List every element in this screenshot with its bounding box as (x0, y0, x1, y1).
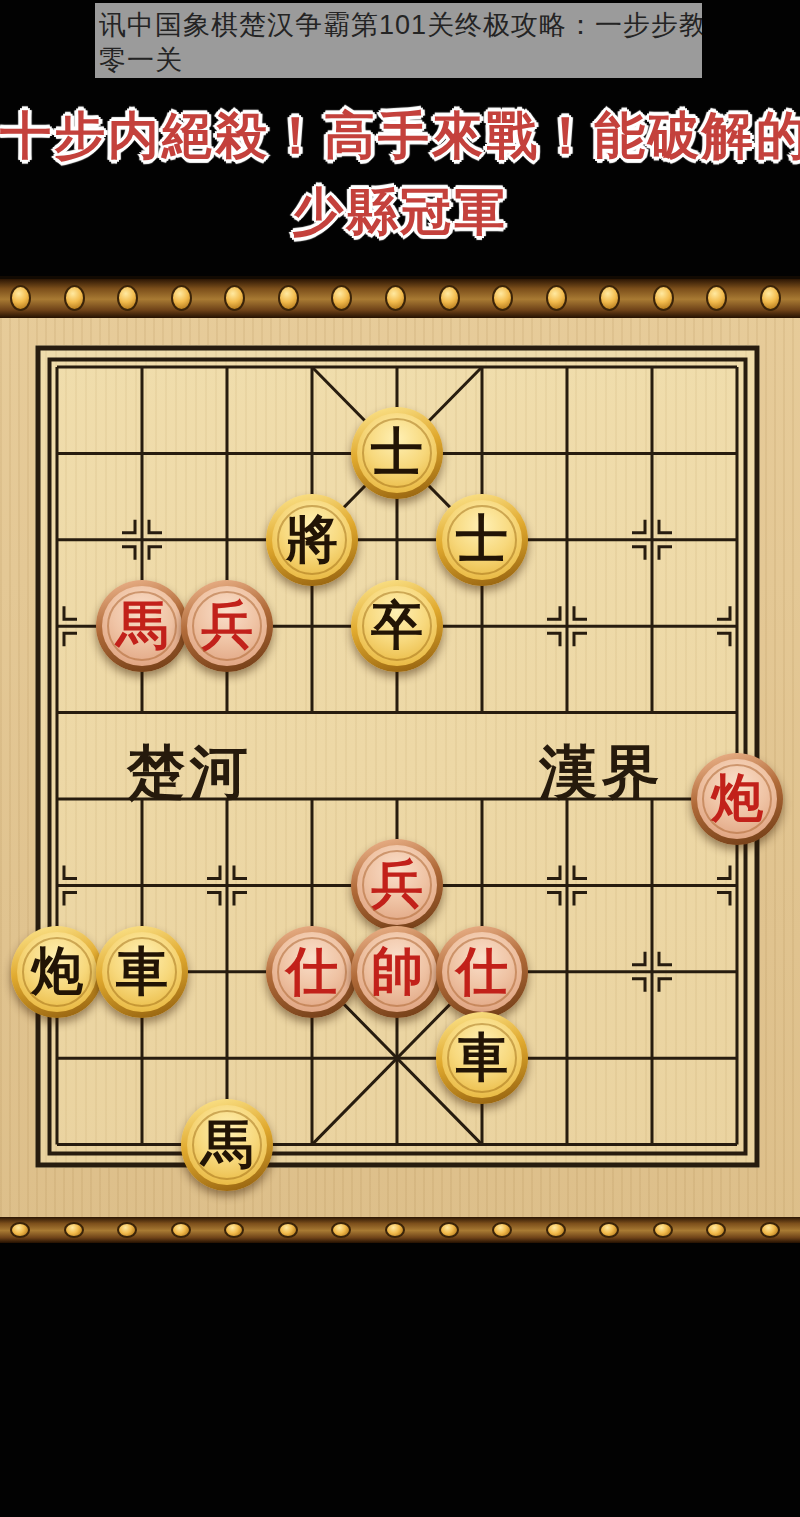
piece-士-black[interactable]: 士 (436, 494, 528, 586)
piece-face: 卒 (357, 586, 437, 666)
stud-icon (385, 1222, 405, 1238)
stud-icon (331, 1222, 351, 1238)
piece-炮-red[interactable]: 炮 (691, 753, 783, 845)
piece-帥-red[interactable]: 帥 (351, 926, 443, 1018)
piece-face: 仕 (272, 932, 352, 1012)
piece-glyph: 炮 (711, 773, 763, 825)
stud-icon (546, 1222, 566, 1238)
piece-士-black[interactable]: 士 (351, 407, 443, 499)
stud-icon (706, 285, 727, 311)
piece-glyph: 士 (371, 427, 423, 479)
piece-glyph: 卒 (371, 600, 423, 652)
piece-face: 士 (357, 413, 437, 493)
stud-icon (64, 1222, 84, 1238)
piece-face: 車 (442, 1018, 522, 1098)
stud-icon (10, 285, 31, 311)
piece-兵-red[interactable]: 兵 (351, 839, 443, 931)
piece-將-black[interactable]: 將 (266, 494, 358, 586)
piece-glyph: 馬 (201, 1119, 253, 1171)
page-title-line1: 讯中国象棋楚汉争霸第101关终极攻略：一步步教你轻 (99, 8, 702, 43)
piece-face: 炮 (697, 759, 777, 839)
piece-glyph: 馬 (116, 600, 168, 652)
piece-face: 兵 (357, 845, 437, 925)
stud-icon (760, 1222, 780, 1238)
stud-icon (10, 1222, 30, 1238)
stud-icon (171, 1222, 191, 1238)
stud-icon (224, 285, 245, 311)
piece-face: 仕 (442, 932, 522, 1012)
river-label-left: 楚河 (127, 734, 253, 812)
piece-face: 馬 (187, 1105, 267, 1185)
stud-icon (653, 1222, 673, 1238)
page-title-line2: 零一关 (99, 43, 702, 78)
stud-icon (706, 1222, 726, 1238)
stud-strip-top (0, 276, 800, 318)
piece-仕-red[interactable]: 仕 (436, 926, 528, 1018)
promo-banner-line1: 十步内絕殺！高手來戰！能破解的至 (0, 98, 800, 174)
stud-icon (492, 1222, 512, 1238)
stud-icon (117, 1222, 137, 1238)
stud-icon (385, 285, 406, 311)
stud-icon (599, 285, 620, 311)
piece-車-black[interactable]: 車 (436, 1012, 528, 1104)
page-title: 讯中国象棋楚汉争霸第101关终极攻略：一步步教你轻 零一关 (95, 3, 702, 78)
stud-icon (599, 1222, 619, 1238)
stud-icon (64, 285, 85, 311)
stud-icon (546, 285, 567, 311)
piece-glyph: 仕 (286, 946, 338, 998)
river-label-right: 漢界 (539, 734, 665, 812)
piece-glyph: 車 (116, 946, 168, 998)
stud-icon (278, 1222, 298, 1238)
promo-banner: 十步内絕殺！高手來戰！能破解的至 少縣冠軍 (0, 98, 800, 250)
stud-icon (117, 285, 138, 311)
piece-face: 馬 (102, 586, 182, 666)
piece-glyph: 仕 (456, 946, 508, 998)
piece-glyph: 帥 (371, 946, 423, 998)
stud-icon (439, 285, 460, 311)
piece-馬-black[interactable]: 馬 (181, 1099, 273, 1191)
piece-face: 將 (272, 500, 352, 580)
piece-車-black[interactable]: 車 (96, 926, 188, 1018)
piece-glyph: 士 (456, 514, 508, 566)
stud-icon (224, 1222, 244, 1238)
piece-卒-black[interactable]: 卒 (351, 580, 443, 672)
piece-glyph: 兵 (201, 600, 253, 652)
stud-icon (492, 285, 513, 311)
piece-face: 兵 (187, 586, 267, 666)
stud-icon (278, 285, 299, 311)
piece-仕-red[interactable]: 仕 (266, 926, 358, 1018)
stud-icon (439, 1222, 459, 1238)
piece-face: 士 (442, 500, 522, 580)
piece-glyph: 炮 (31, 946, 83, 998)
stud-strip-bottom (0, 1217, 800, 1243)
piece-face: 車 (102, 932, 182, 1012)
piece-face: 帥 (357, 932, 437, 1012)
piece-glyph: 兵 (371, 859, 423, 911)
piece-兵-red[interactable]: 兵 (181, 580, 273, 672)
piece-glyph: 將 (286, 514, 338, 566)
piece-馬-red[interactable]: 馬 (96, 580, 188, 672)
stud-icon (171, 285, 192, 311)
stud-icon (331, 285, 352, 311)
piece-face: 炮 (17, 932, 97, 1012)
promo-banner-line2: 少縣冠軍 (0, 174, 800, 250)
piece-glyph: 車 (456, 1032, 508, 1084)
stud-icon (760, 285, 781, 311)
stud-icon (653, 285, 674, 311)
screenshot-stage: 讯中国象棋楚汉争霸第101关终极攻略：一步步教你轻 零一关 十步内絕殺！高手來戰… (0, 0, 800, 1517)
piece-炮-black[interactable]: 炮 (11, 926, 103, 1018)
